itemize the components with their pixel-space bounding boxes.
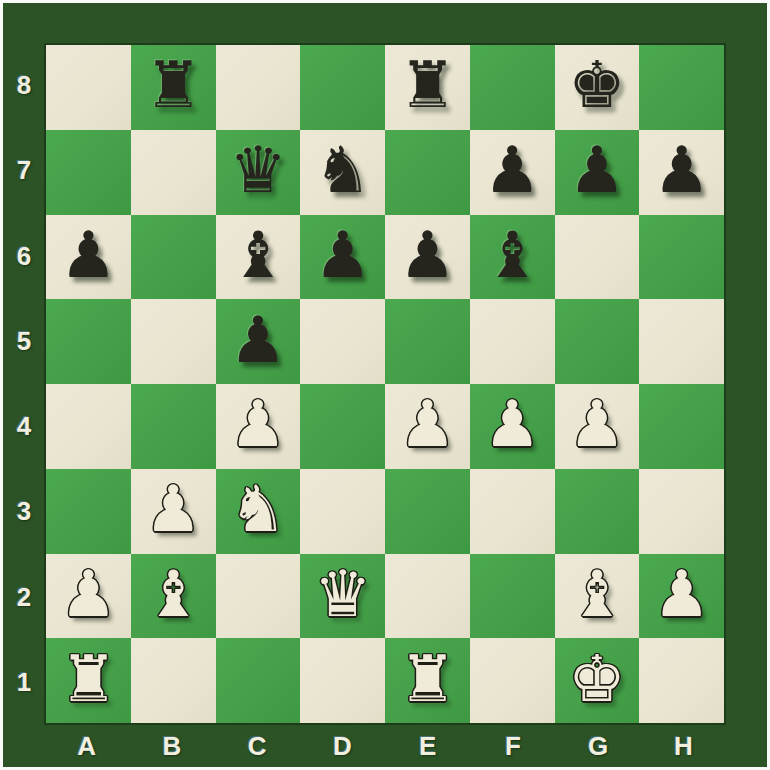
white-bishop-icon[interactable]: ♝ [568,562,625,626]
square-c8[interactable] [216,45,301,130]
square-g1[interactable]: ♚ [555,638,640,723]
square-b5[interactable] [131,299,216,384]
black-queen-icon[interactable]: ♛ [229,138,286,202]
black-knight-icon[interactable]: ♞ [314,138,371,202]
square-e6[interactable]: ♟ [385,215,470,300]
square-b3[interactable]: ♟ [131,469,216,554]
black-pawn-icon[interactable]: ♟ [229,308,286,372]
black-king-icon[interactable]: ♚ [568,53,625,117]
square-g5[interactable] [555,299,640,384]
file-label-b: B [129,727,214,765]
square-a6[interactable]: ♟ [46,215,131,300]
square-d2[interactable]: ♛ [300,554,385,639]
black-pawn-icon[interactable]: ♟ [60,223,117,287]
black-pawn-icon[interactable]: ♟ [568,138,625,202]
white-pawn-icon[interactable]: ♟ [483,392,540,456]
square-h5[interactable] [639,299,724,384]
file-label-d: D [300,727,385,765]
square-g8[interactable]: ♚ [555,45,640,130]
file-label-h: H [641,727,726,765]
square-d1[interactable] [300,638,385,723]
file-label-a: A [44,727,129,765]
white-pawn-icon[interactable]: ♟ [653,562,710,626]
square-e3[interactable] [385,469,470,554]
square-h6[interactable] [639,215,724,300]
square-e7[interactable] [385,130,470,215]
rank-label-2: 2 [5,555,43,640]
square-f5[interactable] [470,299,555,384]
square-d7[interactable]: ♞ [300,130,385,215]
square-a5[interactable] [46,299,131,384]
white-bishop-icon[interactable]: ♝ [144,562,201,626]
white-knight-icon[interactable]: ♞ [229,477,286,541]
square-h2[interactable]: ♟ [639,554,724,639]
square-f3[interactable] [470,469,555,554]
rank-label-7: 7 [5,128,43,213]
square-a4[interactable] [46,384,131,469]
black-bishop-icon[interactable]: ♝ [483,223,540,287]
black-rook-icon[interactable]: ♜ [144,53,201,117]
file-label-e: E [385,727,470,765]
black-bishop-icon[interactable]: ♝ [229,223,286,287]
square-c6[interactable]: ♝ [216,215,301,300]
file-label-g: G [556,727,641,765]
square-h1[interactable] [639,638,724,723]
rank-label-6: 6 [5,214,43,299]
square-c7[interactable]: ♛ [216,130,301,215]
white-pawn-icon[interactable]: ♟ [229,392,286,456]
file-label-c: C [215,727,300,765]
square-a8[interactable] [46,45,131,130]
square-g7[interactable]: ♟ [555,130,640,215]
square-c5[interactable]: ♟ [216,299,301,384]
board-frame: 87654321 ♜♜♚♛♞♟♟♟♟♝♟♟♝♟♟♟♟♟♟♞♟♝♛♝♟♜♜♚ AB… [0,0,770,770]
square-f4[interactable]: ♟ [470,384,555,469]
square-a7[interactable] [46,130,131,215]
square-g4[interactable]: ♟ [555,384,640,469]
white-rook-icon[interactable]: ♜ [60,647,117,711]
file-label-f: F [470,727,555,765]
white-pawn-icon[interactable]: ♟ [568,392,625,456]
square-e4[interactable]: ♟ [385,384,470,469]
chess-board: ♜♜♚♛♞♟♟♟♟♝♟♟♝♟♟♟♟♟♟♞♟♝♛♝♟♜♜♚ [44,43,726,725]
square-h8[interactable] [639,45,724,130]
square-b6[interactable] [131,215,216,300]
square-d5[interactable] [300,299,385,384]
square-f6[interactable]: ♝ [470,215,555,300]
square-b7[interactable] [131,130,216,215]
square-d6[interactable]: ♟ [300,215,385,300]
square-a1[interactable]: ♜ [46,638,131,723]
square-d3[interactable] [300,469,385,554]
white-pawn-icon[interactable]: ♟ [399,392,456,456]
rank-labels: 87654321 [5,43,43,725]
rank-label-8: 8 [5,43,43,128]
white-pawn-icon[interactable]: ♟ [60,562,117,626]
square-g6[interactable] [555,215,640,300]
black-pawn-icon[interactable]: ♟ [399,223,456,287]
square-g2[interactable]: ♝ [555,554,640,639]
square-b4[interactable] [131,384,216,469]
rank-label-1: 1 [5,640,43,725]
black-pawn-icon[interactable]: ♟ [653,138,710,202]
square-a2[interactable]: ♟ [46,554,131,639]
square-c1[interactable] [216,638,301,723]
square-h4[interactable] [639,384,724,469]
black-rook-icon[interactable]: ♜ [399,53,456,117]
square-b1[interactable] [131,638,216,723]
square-e1[interactable]: ♜ [385,638,470,723]
rank-label-4: 4 [5,384,43,469]
white-rook-icon[interactable]: ♜ [399,647,456,711]
square-h3[interactable] [639,469,724,554]
square-g3[interactable] [555,469,640,554]
square-c4[interactable]: ♟ [216,384,301,469]
square-e8[interactable]: ♜ [385,45,470,130]
square-d8[interactable] [300,45,385,130]
square-d4[interactable] [300,384,385,469]
white-king-icon[interactable]: ♚ [568,647,625,711]
square-f1[interactable] [470,638,555,723]
white-pawn-icon[interactable]: ♟ [144,477,201,541]
black-pawn-icon[interactable]: ♟ [314,223,371,287]
square-a3[interactable] [46,469,131,554]
rank-label-3: 3 [5,469,43,554]
square-c2[interactable] [216,554,301,639]
white-queen-icon[interactable]: ♛ [314,562,371,626]
file-labels: ABCDEFGH [44,727,726,765]
square-f2[interactable] [470,554,555,639]
square-f8[interactable] [470,45,555,130]
square-b2[interactable]: ♝ [131,554,216,639]
square-e5[interactable] [385,299,470,384]
square-c3[interactable]: ♞ [216,469,301,554]
rank-label-5: 5 [5,299,43,384]
square-h7[interactable]: ♟ [639,130,724,215]
square-e2[interactable] [385,554,470,639]
square-b8[interactable]: ♜ [131,45,216,130]
square-f7[interactable]: ♟ [470,130,555,215]
black-pawn-icon[interactable]: ♟ [483,138,540,202]
